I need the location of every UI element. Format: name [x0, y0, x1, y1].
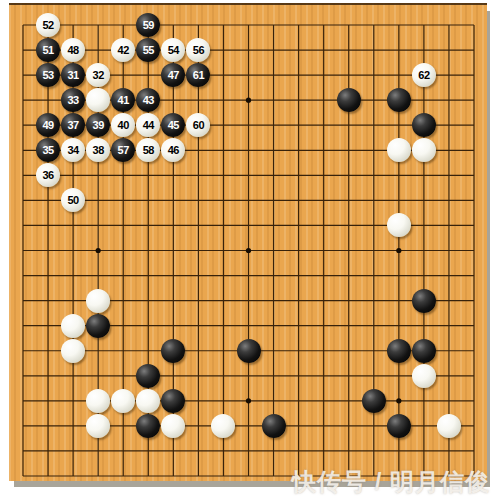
screenshot-root: 5259514842555456533132476162334143493739… [0, 0, 500, 500]
black-stone [412, 339, 436, 363]
black-stone [237, 339, 261, 363]
black-stone: 51 [36, 38, 60, 62]
white-stone [61, 339, 85, 363]
black-stone [387, 414, 411, 438]
move-number: 32 [93, 70, 104, 81]
move-number: 44 [143, 120, 154, 131]
white-stone [387, 138, 411, 162]
black-stone [161, 339, 185, 363]
move-number: 61 [193, 70, 204, 81]
move-number: 33 [67, 95, 78, 106]
white-stone [111, 389, 135, 413]
white-stone [437, 414, 461, 438]
move-number: 50 [67, 195, 78, 206]
move-number: 60 [193, 120, 204, 131]
move-number: 31 [67, 70, 78, 81]
white-stone: 62 [412, 63, 436, 87]
black-stone [136, 364, 160, 388]
move-number: 34 [67, 145, 78, 156]
white-stone [86, 289, 110, 313]
move-number: 37 [67, 120, 78, 131]
white-stone [412, 364, 436, 388]
black-stone [412, 289, 436, 313]
move-number: 36 [42, 170, 53, 181]
move-number: 39 [93, 120, 104, 131]
white-stone [86, 389, 110, 413]
move-number: 43 [143, 95, 154, 106]
black-stone [362, 389, 386, 413]
move-number: 55 [143, 45, 154, 56]
black-stone: 53 [36, 63, 60, 87]
move-number: 56 [193, 45, 204, 56]
move-number: 57 [118, 145, 129, 156]
black-stone [412, 113, 436, 137]
black-stone [262, 414, 286, 438]
move-number: 42 [118, 45, 129, 56]
move-number: 49 [42, 120, 53, 131]
move-number: 41 [118, 95, 129, 106]
move-number: 46 [168, 145, 179, 156]
white-stone [61, 314, 85, 338]
move-number: 62 [418, 70, 429, 81]
white-stone [86, 414, 110, 438]
white-stone [412, 138, 436, 162]
black-stone [86, 314, 110, 338]
black-stone [136, 414, 160, 438]
white-stone: 52 [36, 13, 60, 37]
move-number: 35 [42, 145, 53, 156]
move-number: 54 [168, 45, 179, 56]
move-number: 45 [168, 120, 179, 131]
move-number: 47 [168, 70, 179, 81]
black-stone [161, 389, 185, 413]
move-number: 48 [67, 45, 78, 56]
black-stone [337, 88, 361, 112]
move-number: 53 [42, 70, 53, 81]
move-number: 59 [143, 20, 154, 31]
white-stone [136, 389, 160, 413]
move-number: 58 [143, 145, 154, 156]
move-number: 52 [42, 20, 53, 31]
black-stone [387, 339, 411, 363]
go-board: 5259514842555456533132476162334143493739… [9, 3, 487, 481]
move-number: 40 [118, 120, 129, 131]
move-number: 51 [42, 45, 53, 56]
white-stone: 48 [61, 38, 85, 62]
move-number: 38 [93, 145, 104, 156]
black-stone [387, 88, 411, 112]
watermark-text: 快传号 / 明月信俊 [292, 466, 490, 498]
